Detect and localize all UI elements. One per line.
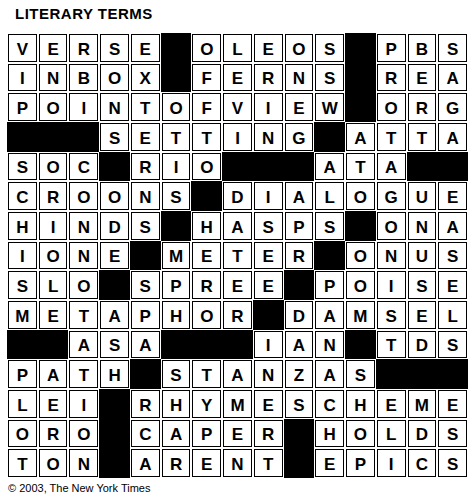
grid-cell[interactable]: N [285,64,314,92]
grid-cell[interactable]: A [315,301,344,329]
grid-cell[interactable]: I [8,64,37,92]
grid-cell[interactable]: T [69,301,98,329]
grid-cell[interactable]: S [438,331,467,359]
grid-cell[interactable]: M [8,301,37,329]
grid-cell[interactable]: N [69,212,98,240]
grid-cell[interactable]: E [39,390,68,418]
grid-cell[interactable]: R [39,182,68,210]
grid-cell[interactable]: N [223,449,252,477]
black-square [314,122,345,152]
grid-cell[interactable]: S [408,271,437,299]
grid-cell[interactable]: O [69,182,98,210]
grid-cell[interactable]: T [192,360,221,388]
black-square [99,419,130,449]
grid-cell[interactable]: R [131,153,160,181]
grid-cell[interactable]: Y [192,390,221,418]
grid-cell[interactable]: E [39,34,68,62]
copyright-notice: © 2003, The New York Times [8,482,150,494]
grid-cell[interactable]: H [192,212,221,240]
grid-cell[interactable]: O [346,242,375,270]
grid-cell[interactable]: O [285,34,314,62]
black-square [407,359,438,389]
grid-cell[interactable]: E [223,271,252,299]
grid-cell[interactable]: N [377,242,406,270]
grid-cell[interactable]: E [438,182,467,210]
grid-cell[interactable]: P [315,271,344,299]
grid-cell[interactable]: I [162,153,191,181]
grid-cell[interactable]: S [315,64,344,92]
grid-cell[interactable]: S [438,242,467,270]
grid-cell[interactable]: X [131,64,160,92]
grid-cell[interactable]: E [192,242,221,270]
grid-cell[interactable]: E [254,242,283,270]
grid-cell[interactable]: A [285,331,314,359]
grid-cell[interactable]: U [408,242,437,270]
black-square [284,419,315,449]
crossword-page: LITERARY TERMS VERSEOLEOSPBSINBOXFERNSRE… [0,0,474,499]
grid-cell[interactable]: T [131,93,160,121]
grid-cell[interactable]: H [8,212,37,240]
grid-cell[interactable]: T [223,242,252,270]
grid-cell[interactable]: E [254,34,283,62]
grid-cell[interactable]: I [39,212,68,240]
grid-cell[interactable]: O [192,301,221,329]
grid-cell[interactable]: A [131,331,160,359]
grid-cell[interactable]: N [315,331,344,359]
grid-cell[interactable]: V [8,34,37,62]
grid-cell[interactable]: C [315,390,344,418]
black-square [222,152,253,182]
grid-cell[interactable]: E [131,34,160,62]
grid-cell[interactable]: E [254,390,283,418]
grid-cell[interactable]: N [39,64,68,92]
grid-cell[interactable]: W [315,93,344,121]
grid-cell[interactable]: R [223,301,252,329]
grid-cell[interactable]: N [254,360,283,388]
grid-cell[interactable]: I [69,93,98,121]
grid-cell[interactable]: H [346,390,375,418]
grid-cell[interactable]: L [223,34,252,62]
black-square [191,330,222,360]
grid-cell[interactable]: N [100,93,129,121]
grid-cell[interactable]: T [377,331,406,359]
grid-cell[interactable]: O [69,271,98,299]
grid-cell[interactable]: T [377,123,406,151]
grid-cell[interactable]: R [377,64,406,92]
grid-cell[interactable]: D [100,212,129,240]
grid-cell[interactable]: H [162,390,191,418]
grid-cell[interactable]: M [408,390,437,418]
grid-cell[interactable]: S [100,123,129,151]
grid-cell[interactable]: S [438,34,467,62]
grid-cell[interactable]: P [131,301,160,329]
grid-cell[interactable]: H [315,420,344,448]
black-square [437,359,468,389]
grid-cell[interactable]: T [254,449,283,477]
grid-cell[interactable]: M [346,301,375,329]
grid-cell[interactable]: O [377,212,406,240]
grid-cell[interactable]: A [100,301,129,329]
grid-cell[interactable]: I [254,331,283,359]
black-square [99,152,130,182]
black-square [284,448,315,478]
black-square [437,152,468,182]
grid-cell[interactable]: E [315,449,344,477]
grid-cell[interactable]: O [192,153,221,181]
grid-cell[interactable]: P [8,93,37,121]
black-square [99,389,130,419]
grid-cell[interactable]: E [39,301,68,329]
grid-cell[interactable]: R [131,390,160,418]
grid-cell[interactable]: C [408,449,437,477]
grid-cell[interactable]: O [39,449,68,477]
grid-cell[interactable]: E [408,301,437,329]
grid-cell[interactable]: A [315,153,344,181]
grid-cell[interactable]: T [8,449,37,477]
black-square [191,181,222,211]
black-square [38,330,69,360]
grid-cell[interactable]: S [8,153,37,181]
grid-cell[interactable]: E [100,242,129,270]
grid-cell[interactable]: O [346,420,375,448]
grid-cell[interactable]: O [346,271,375,299]
grid-cell[interactable]: E [438,271,467,299]
grid-cell[interactable]: S [346,360,375,388]
grid-cell[interactable]: R [408,93,437,121]
puzzle-title: LITERARY TERMS [15,5,153,22]
grid-cell[interactable]: L [438,301,467,329]
grid-cell[interactable]: N [131,182,160,210]
grid-cell[interactable]: F [192,93,221,121]
black-square [345,211,376,241]
black-square [38,122,69,152]
grid-cell[interactable]: D [223,182,252,210]
grid-cell[interactable]: P [285,212,314,240]
grid-cell[interactable]: D [285,301,314,329]
grid-cell[interactable]: N [69,242,98,270]
grid-cell[interactable]: P [162,271,191,299]
grid-cell[interactable]: R [254,420,283,448]
grid-cell[interactable]: A [223,212,252,240]
grid-cell[interactable]: L [377,420,406,448]
grid-cell[interactable]: G [285,123,314,151]
grid-cell[interactable]: B [408,34,437,62]
grid-cell[interactable]: S [315,212,344,240]
grid-cell[interactable]: P [192,420,221,448]
grid-cell[interactable]: S [8,271,37,299]
grid-cell[interactable]: S [254,212,283,240]
grid-cell[interactable]: S [377,301,406,329]
grid-cell[interactable]: O [100,182,129,210]
black-square [7,122,38,152]
grid-cell[interactable]: A [315,360,344,388]
grid-cell[interactable]: I [377,449,406,477]
grid-cell[interactable]: O [69,420,98,448]
grid-cell[interactable]: S [162,182,191,210]
grid-cell[interactable]: R [39,420,68,448]
grid-cell[interactable]: T [69,360,98,388]
grid-cell[interactable]: A [438,123,467,151]
grid-cell[interactable]: A [162,420,191,448]
grid-cell[interactable]: A [377,153,406,181]
grid-cell[interactable]: E [223,420,252,448]
grid-cell[interactable]: L [39,271,68,299]
grid-cell[interactable]: A [39,360,68,388]
black-square [345,33,376,63]
black-square [7,330,38,360]
grid-cell[interactable]: A [131,449,160,477]
grid-cell[interactable]: S [131,271,160,299]
grid-cell[interactable]: O [8,420,37,448]
grid-cell[interactable]: A [346,123,375,151]
grid-cell[interactable]: I [377,271,406,299]
grid-cell[interactable]: S [100,34,129,62]
grid-cell[interactable]: T [162,123,191,151]
grid-cell[interactable]: O [162,93,191,121]
grid-cell[interactable]: C [69,153,98,181]
grid-cell[interactable]: P [377,34,406,62]
grid-cell[interactable]: N [408,212,437,240]
grid-cell[interactable]: N [254,123,283,151]
grid-cell[interactable]: B [69,64,98,92]
grid-cell[interactable]: R [162,449,191,477]
grid-cell[interactable]: O [346,182,375,210]
black-square [284,152,315,182]
black-square [407,152,438,182]
black-square [314,241,345,271]
grid-cell[interactable]: A [438,64,467,92]
grid-cell[interactable]: S [438,449,467,477]
grid-cell[interactable]: S [100,331,129,359]
grid-cell[interactable]: E [285,93,314,121]
grid-cell[interactable]: S [285,390,314,418]
grid-cell[interactable]: D [408,420,437,448]
grid-cell[interactable]: R [69,34,98,62]
grid-cell[interactable]: N [69,449,98,477]
grid-cell[interactable]: O [39,242,68,270]
grid-cell[interactable]: R [254,64,283,92]
grid-cell[interactable]: A [285,182,314,210]
grid-cell[interactable]: H [162,301,191,329]
grid-cell[interactable]: C [131,420,160,448]
grid-cell[interactable]: O [377,93,406,121]
grid-cell[interactable]: S [162,360,191,388]
grid-cell[interactable]: L [8,390,37,418]
grid-cell[interactable]: I [223,123,252,151]
grid-cell[interactable]: H [100,360,129,388]
grid-cell[interactable]: I [8,242,37,270]
black-square [222,330,253,360]
black-square [161,63,192,93]
grid-cell[interactable]: E [377,390,406,418]
grid-cell[interactable]: E [192,449,221,477]
black-square [99,448,130,478]
grid-cell[interactable]: O [192,34,221,62]
black-square [68,122,99,152]
grid-cell[interactable]: O [39,153,68,181]
grid-cell[interactable]: I [254,182,283,210]
grid-cell[interactable]: V [223,93,252,121]
black-square [253,152,284,182]
grid-cell[interactable]: A [69,331,98,359]
grid-cell[interactable]: Z [285,360,314,388]
grid-cell[interactable]: O [39,93,68,121]
grid-cell[interactable]: A [438,212,467,240]
grid-cell[interactable]: R [192,271,221,299]
grid-cell[interactable]: U [408,182,437,210]
black-square [99,270,130,300]
grid-cell[interactable]: T [408,123,437,151]
black-square [345,92,376,122]
grid-cell[interactable]: D [408,331,437,359]
grid-cell[interactable]: M [223,390,252,418]
grid-cell[interactable]: T [192,123,221,151]
grid-cell[interactable]: T [346,153,375,181]
grid-cell[interactable]: S [315,34,344,62]
grid-cell[interactable]: E [254,271,283,299]
black-square [161,330,192,360]
black-square [284,270,315,300]
black-square [345,63,376,93]
black-square [161,211,192,241]
grid-cell[interactable]: M [162,242,191,270]
grid-cell[interactable]: E [131,123,160,151]
grid-cell[interactable]: C [8,182,37,210]
grid-cell[interactable]: L [315,182,344,210]
black-square [130,359,161,389]
grid-cell[interactable]: S [438,420,467,448]
grid-cell[interactable]: I [69,390,98,418]
grid-cell[interactable]: R [285,242,314,270]
grid-cell[interactable]: A [223,360,252,388]
grid-cell[interactable]: S [131,212,160,240]
black-square [253,300,284,330]
black-square [161,33,192,63]
grid-cell[interactable]: I [254,93,283,121]
grid-cell[interactable]: P [8,360,37,388]
black-square [130,241,161,271]
grid-cell[interactable]: O [100,64,129,92]
grid-cell[interactable]: G [438,93,467,121]
grid-cell[interactable]: E [408,64,437,92]
grid-cell[interactable]: P [346,449,375,477]
grid-cell[interactable]: G [377,182,406,210]
crossword-grid: VERSEOLEOSPBSINBOXFERNSREAPOINTOFVIEWORG… [7,33,468,478]
grid-cell[interactable]: E [223,64,252,92]
black-square [345,330,376,360]
grid-cell[interactable]: E [438,390,467,418]
black-square [376,359,407,389]
grid-cell[interactable]: F [192,64,221,92]
